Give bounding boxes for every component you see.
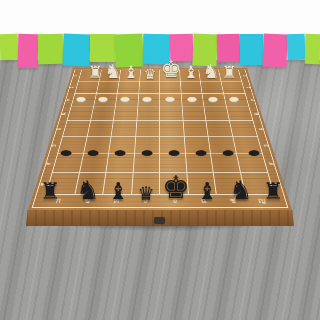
black-knight: ♞ bbox=[76, 177, 99, 203]
black-queen: ♛ bbox=[137, 184, 154, 203]
photo: กขคงจฉชญ ๘๗๖๕๔๓๒๑ ๘๗๖๕๔๓๒๑ ♜♞♝♛♚♝♞♜●●●●●… bbox=[0, 0, 320, 320]
black-pawn: ● bbox=[222, 148, 234, 155]
white-bishop: ♝ bbox=[183, 64, 198, 81]
white-knight: ♞ bbox=[104, 62, 121, 81]
white-pawn: ● bbox=[229, 96, 239, 102]
black-pawn: ● bbox=[141, 148, 153, 155]
black-pawn: ● bbox=[114, 148, 126, 155]
white-rook: ♜ bbox=[221, 64, 236, 81]
black-pawn: ● bbox=[60, 148, 72, 155]
black-bishop: ♝ bbox=[108, 180, 129, 203]
white-rook: ♜ bbox=[87, 64, 102, 81]
black-pawn: ● bbox=[87, 148, 99, 155]
black-bishop: ♝ bbox=[197, 180, 218, 203]
white-pawn: ● bbox=[120, 96, 130, 102]
black-knight: ♞ bbox=[229, 177, 252, 203]
white-pawn: ● bbox=[165, 96, 175, 102]
white-pawn: ● bbox=[142, 96, 152, 102]
white-pawn: ● bbox=[187, 96, 197, 102]
white-bishop: ♝ bbox=[123, 64, 138, 81]
white-pawn: ● bbox=[98, 96, 108, 102]
white-queen: ♛ bbox=[144, 67, 157, 81]
black-rook: ♜ bbox=[263, 180, 284, 203]
white-king: ♚ bbox=[161, 58, 182, 81]
black-pawn: ● bbox=[248, 148, 260, 155]
black-rook: ♜ bbox=[40, 180, 61, 203]
white-pawn: ● bbox=[76, 96, 86, 102]
black-pawn: ● bbox=[168, 148, 180, 155]
white-knight: ♞ bbox=[202, 62, 219, 81]
pieces-layer: ♜♞♝♛♚♝♞♜●●●●●●●●●●●●●●●●♜♞♝♛♚♝♞♜ bbox=[0, 0, 320, 320]
black-king: ♚ bbox=[162, 172, 190, 203]
white-pawn: ● bbox=[208, 96, 218, 102]
black-pawn: ● bbox=[195, 148, 207, 155]
